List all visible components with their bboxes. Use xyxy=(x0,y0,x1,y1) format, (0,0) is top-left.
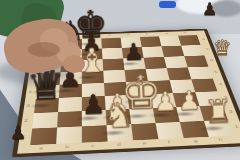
piece-white-knight-d1: ♞ xyxy=(92,79,144,134)
captured-black-pawn-border: ♟ xyxy=(10,124,26,142)
hand-knuckle xyxy=(63,55,85,73)
captured-white-queen-border: ♛ xyxy=(213,38,232,59)
blue-object xyxy=(159,1,176,8)
piece-white-rook-h1: ♜ xyxy=(192,75,240,129)
hand-crease xyxy=(28,42,60,57)
coord-rank-7-right: 7 xyxy=(206,48,210,50)
captured-black-pawn-table: ♟ xyxy=(202,1,217,18)
scene: ♚♞♟♟♟♟♛♟♝♟♚♟♟♟♞♜ aabbccddeeffgghh1122334… xyxy=(0,0,240,160)
coord-file-g-top: g xyxy=(165,32,168,34)
coord-file-h-top: h xyxy=(184,32,187,34)
